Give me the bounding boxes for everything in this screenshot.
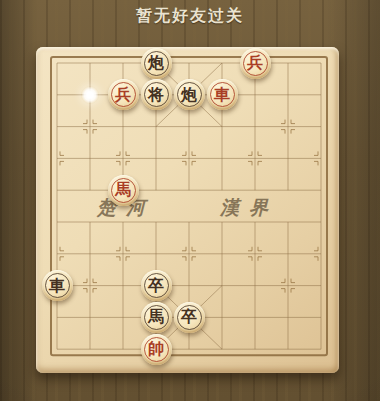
piece-ring: 帥 (144, 337, 169, 362)
xiangqi-board[interactable]: 楚河 漢界 炮兵兵将炮車馬車卒馬卒帥 (36, 47, 339, 373)
piece-glyph: 車 (49, 277, 65, 293)
piece-red-chariot[interactable]: 車 (207, 79, 238, 110)
piece-red-general[interactable]: 帥 (141, 334, 172, 365)
piece-black-soldier[interactable]: 卒 (174, 302, 205, 333)
last-move-origin-marker (81, 86, 99, 104)
piece-ring: 炮 (144, 51, 169, 76)
piece-glyph: 卒 (148, 277, 164, 293)
piece-glyph: 炮 (181, 86, 197, 102)
piece-ring: 兵 (243, 51, 268, 76)
piece-ring: 馬 (111, 178, 136, 203)
piece-ring: 卒 (177, 305, 202, 330)
piece-ring: 兵 (111, 82, 136, 107)
piece-glyph: 車 (214, 86, 230, 102)
piece-glyph: 馬 (115, 182, 131, 198)
piece-ring: 馬 (144, 305, 169, 330)
piece-black-general[interactable]: 将 (141, 79, 172, 110)
piece-ring: 炮 (177, 82, 202, 107)
piece-red-horse[interactable]: 馬 (108, 175, 139, 206)
piece-red-soldier[interactable]: 兵 (240, 48, 271, 79)
piece-glyph: 兵 (247, 55, 263, 71)
piece-red-soldier[interactable]: 兵 (108, 79, 139, 110)
piece-glyph: 炮 (148, 55, 164, 71)
piece-ring: 将 (144, 82, 169, 107)
piece-glyph: 馬 (148, 309, 164, 325)
piece-glyph: 将 (148, 86, 164, 102)
piece-glyph: 卒 (181, 309, 197, 325)
piece-black-horse[interactable]: 馬 (141, 302, 172, 333)
app-screen: 暂无好友过关 楚河 漢界 炮兵兵将炮車馬車卒馬卒帥 (0, 0, 380, 401)
piece-glyph: 兵 (115, 86, 131, 102)
piece-glyph: 帥 (148, 341, 164, 357)
piece-ring: 車 (210, 82, 235, 107)
piece-black-cannon[interactable]: 炮 (174, 79, 205, 110)
river-label-right: 漢界 (220, 197, 278, 219)
piece-ring: 車 (45, 273, 70, 298)
piece-ring: 卒 (144, 273, 169, 298)
piece-black-cannon[interactable]: 炮 (141, 48, 172, 79)
piece-black-soldier[interactable]: 卒 (141, 270, 172, 301)
page-title: 暂无好友过关 (0, 6, 380, 27)
piece-black-chariot[interactable]: 車 (42, 270, 73, 301)
